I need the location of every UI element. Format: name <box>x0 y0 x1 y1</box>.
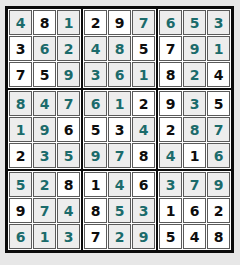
cell-r1c8[interactable]: 5 <box>183 10 206 35</box>
cell-r3c1[interactable]: 7 <box>9 62 32 87</box>
cell-r5c9[interactable]: 7 <box>207 117 230 142</box>
cell-r3c5[interactable]: 6 <box>108 62 131 87</box>
cell-r7c4[interactable]: 1 <box>84 172 107 197</box>
sudoku-board: 481362759 297485361 653791824 847196235 … <box>5 6 234 253</box>
sudoku-box-3: 653791824 <box>158 9 231 88</box>
cell-r4c7[interactable]: 9 <box>159 91 182 116</box>
cell-r6c7[interactable]: 4 <box>159 143 182 168</box>
cell-r6c8[interactable]: 1 <box>183 143 206 168</box>
cell-r4c5[interactable]: 1 <box>108 91 131 116</box>
cell-r6c5[interactable]: 7 <box>108 143 131 168</box>
cell-r8c3[interactable]: 4 <box>57 198 80 223</box>
cell-r6c3[interactable]: 5 <box>57 143 80 168</box>
cell-r8c7[interactable]: 1 <box>159 198 182 223</box>
cell-r6c9[interactable]: 6 <box>207 143 230 168</box>
cell-r8c5[interactable]: 5 <box>108 198 131 223</box>
cell-r5c1[interactable]: 1 <box>9 117 32 142</box>
cell-r1c2[interactable]: 8 <box>33 10 56 35</box>
sudoku-box-4: 847196235 <box>8 90 81 169</box>
cell-r1c7[interactable]: 6 <box>159 10 182 35</box>
cell-r7c5[interactable]: 4 <box>108 172 131 197</box>
cell-r7c2[interactable]: 2 <box>33 172 56 197</box>
cell-r4c9[interactable]: 5 <box>207 91 230 116</box>
cell-r4c6[interactable]: 2 <box>132 91 155 116</box>
cell-r1c6[interactable]: 7 <box>132 10 155 35</box>
cell-r2c1[interactable]: 3 <box>9 36 32 61</box>
cell-r2c3[interactable]: 2 <box>57 36 80 61</box>
cell-r2c5[interactable]: 8 <box>108 36 131 61</box>
cell-r9c1[interactable]: 6 <box>9 224 32 249</box>
cell-r1c9[interactable]: 3 <box>207 10 230 35</box>
cell-r7c8[interactable]: 7 <box>183 172 206 197</box>
cell-r4c4[interactable]: 6 <box>84 91 107 116</box>
cell-r4c1[interactable]: 8 <box>9 91 32 116</box>
cell-r5c8[interactable]: 8 <box>183 117 206 142</box>
cell-r5c2[interactable]: 9 <box>33 117 56 142</box>
cell-r3c4[interactable]: 3 <box>84 62 107 87</box>
cell-r8c6[interactable]: 3 <box>132 198 155 223</box>
cell-r3c6[interactable]: 1 <box>132 62 155 87</box>
cell-r2c6[interactable]: 5 <box>132 36 155 61</box>
sudoku-box-2: 297485361 <box>83 9 156 88</box>
cell-r9c8[interactable]: 4 <box>183 224 206 249</box>
cell-r6c1[interactable]: 2 <box>9 143 32 168</box>
cell-r7c7[interactable]: 3 <box>159 172 182 197</box>
cell-r1c4[interactable]: 2 <box>84 10 107 35</box>
cell-r1c3[interactable]: 1 <box>57 10 80 35</box>
cell-r7c6[interactable]: 6 <box>132 172 155 197</box>
cell-r9c6[interactable]: 9 <box>132 224 155 249</box>
cell-r6c4[interactable]: 9 <box>84 143 107 168</box>
cell-r2c2[interactable]: 6 <box>33 36 56 61</box>
cell-r4c3[interactable]: 7 <box>57 91 80 116</box>
sudoku-box-1: 481362759 <box>8 9 81 88</box>
cell-r1c1[interactable]: 4 <box>9 10 32 35</box>
cell-r9c5[interactable]: 2 <box>108 224 131 249</box>
cell-r4c8[interactable]: 3 <box>183 91 206 116</box>
sudoku-box-8: 146853729 <box>83 171 156 250</box>
sudoku-box-7: 528974613 <box>8 171 81 250</box>
cell-r3c3[interactable]: 9 <box>57 62 80 87</box>
cell-r5c7[interactable]: 2 <box>159 117 182 142</box>
cell-r8c2[interactable]: 7 <box>33 198 56 223</box>
cell-r8c4[interactable]: 8 <box>84 198 107 223</box>
sudoku-box-9: 379162548 <box>158 171 231 250</box>
cell-r5c4[interactable]: 5 <box>84 117 107 142</box>
cell-r8c8[interactable]: 6 <box>183 198 206 223</box>
cell-r2c4[interactable]: 4 <box>84 36 107 61</box>
cell-r9c4[interactable]: 7 <box>84 224 107 249</box>
sudoku-box-5: 612534978 <box>83 90 156 169</box>
cell-r9c7[interactable]: 5 <box>159 224 182 249</box>
sudoku-box-6: 935287416 <box>158 90 231 169</box>
cell-r2c8[interactable]: 9 <box>183 36 206 61</box>
cell-r5c3[interactable]: 6 <box>57 117 80 142</box>
cell-r7c9[interactable]: 9 <box>207 172 230 197</box>
cell-r7c1[interactable]: 5 <box>9 172 32 197</box>
cell-r9c9[interactable]: 8 <box>207 224 230 249</box>
cell-r9c2[interactable]: 1 <box>33 224 56 249</box>
cell-r6c6[interactable]: 8 <box>132 143 155 168</box>
cell-r3c7[interactable]: 8 <box>159 62 182 87</box>
cell-r2c9[interactable]: 1 <box>207 36 230 61</box>
cell-r5c5[interactable]: 3 <box>108 117 131 142</box>
cell-r9c3[interactable]: 3 <box>57 224 80 249</box>
cell-r3c9[interactable]: 4 <box>207 62 230 87</box>
cell-r6c2[interactable]: 3 <box>33 143 56 168</box>
cell-r5c6[interactable]: 4 <box>132 117 155 142</box>
cell-r4c2[interactable]: 4 <box>33 91 56 116</box>
cell-r2c7[interactable]: 7 <box>159 36 182 61</box>
cell-r7c3[interactable]: 8 <box>57 172 80 197</box>
cell-r8c9[interactable]: 2 <box>207 198 230 223</box>
cell-r3c8[interactable]: 2 <box>183 62 206 87</box>
cell-r1c5[interactable]: 9 <box>108 10 131 35</box>
cell-r8c1[interactable]: 9 <box>9 198 32 223</box>
cell-r3c2[interactable]: 5 <box>33 62 56 87</box>
